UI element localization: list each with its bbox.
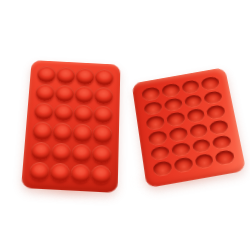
left-mold-cavity [92,144,112,163]
left-mold-grid [21,60,120,193]
right-mold-cavity [209,119,229,134]
scene [0,0,250,250]
right-mold-cavity [141,86,160,101]
left-mold-cavity [31,141,52,160]
left-mold-cavity [93,106,112,124]
left-mold-cavity [51,142,71,161]
left-mold-cavity [34,103,54,121]
right-mold-cavity [203,90,222,105]
left-mold [21,60,120,193]
right-mold-cavity [163,97,182,112]
right-mold-cavity [186,108,206,123]
right-mold-cavity [146,115,165,130]
left-mold-cavity [72,124,92,143]
right-mold-cavity [173,157,193,173]
left-mold-cavity [93,125,113,144]
right-mold-cavity [206,105,226,120]
left-mold-cavity [74,86,93,104]
right-mold-cavity [212,134,232,149]
right-mold [132,67,247,188]
left-mold-cavity [37,66,56,83]
right-mold-cavity [153,161,173,177]
right-mold-cavity [201,76,220,90]
left-mold-cavity [29,161,50,181]
right-mold-cavity [161,83,180,98]
right-mold-cavity [181,79,200,94]
left-mold-cavity [32,122,52,141]
right-mold-cavity [168,126,188,141]
left-mold-cavity [73,105,93,123]
left-mold-cavity [50,162,71,182]
right-mold-cavity [143,101,162,116]
left-mold-cavity [70,164,90,184]
left-mold-cavity [56,67,75,84]
right-mold-cavity [194,153,214,169]
right-mold-cavity [183,94,202,109]
left-mold-cavity [94,87,113,105]
left-mold-cavity [55,85,75,103]
left-mold-cavity [71,143,91,162]
left-mold-cavity [91,165,111,185]
right-mold-cavity [171,142,191,158]
right-mold-cavity [191,138,211,154]
left-mold-cavity [75,68,94,85]
right-mold-cavity [189,123,209,138]
left-mold-cavity [35,84,55,102]
right-mold-cavity [215,150,235,166]
right-mold-cavity [150,145,170,161]
left-mold-cavity [52,123,72,142]
right-mold-cavity [166,112,185,127]
left-mold-cavity [95,69,114,86]
right-mold-grid [132,67,247,188]
right-mold-cavity [148,130,167,145]
left-mold-cavity [54,104,74,122]
